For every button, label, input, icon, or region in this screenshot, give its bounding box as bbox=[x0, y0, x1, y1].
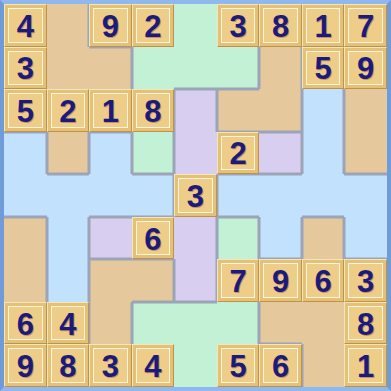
cell-r4c7[interactable] bbox=[302, 174, 345, 217]
given-tile-face: 6 bbox=[306, 263, 341, 298]
given-tile-face: 2 bbox=[221, 136, 256, 171]
cell-r0c8[interactable]: 7 bbox=[344, 4, 387, 47]
cell-r3c6[interactable] bbox=[259, 132, 302, 175]
cell-r1c0[interactable]: 3 bbox=[4, 47, 47, 90]
given-tile-r1c8[interactable]: 9 bbox=[344, 47, 387, 90]
given-tile-r2c3[interactable]: 8 bbox=[132, 89, 175, 132]
given-digit: 2 bbox=[229, 138, 246, 169]
given-tile-r8c5[interactable]: 5 bbox=[217, 344, 260, 387]
given-tile-face: 1 bbox=[348, 348, 383, 383]
cell-r4c2[interactable] bbox=[89, 174, 132, 217]
given-tile-face: 3 bbox=[348, 263, 383, 298]
given-tile-face: 4 bbox=[8, 8, 43, 43]
given-digit: 9 bbox=[272, 266, 289, 297]
cell-r6c0[interactable] bbox=[4, 259, 47, 302]
cell-r1c3[interactable] bbox=[132, 47, 175, 90]
given-tile-r8c6[interactable]: 6 bbox=[259, 344, 302, 387]
given-digit: 4 bbox=[59, 309, 76, 340]
given-tile-face: 5 bbox=[8, 93, 43, 128]
cell-r6c3[interactable] bbox=[132, 259, 175, 302]
cell-r1c7[interactable]: 5 bbox=[302, 47, 345, 90]
cell-r4c8[interactable] bbox=[344, 174, 387, 217]
cell-r2c2[interactable]: 1 bbox=[89, 89, 132, 132]
given-digit: 8 bbox=[272, 11, 289, 42]
cell-r5c3[interactable]: 6 bbox=[132, 217, 175, 260]
given-tile-r6c5[interactable]: 7 bbox=[217, 259, 260, 302]
given-tile-face: 1 bbox=[306, 8, 341, 43]
cell-r5c6[interactable] bbox=[259, 217, 302, 260]
given-tile-r6c7[interactable]: 6 bbox=[302, 259, 345, 302]
cell-r6c6[interactable]: 9 bbox=[259, 259, 302, 302]
given-tile-face: 3 bbox=[8, 51, 43, 86]
cell-r1c1[interactable] bbox=[47, 47, 90, 90]
cell-r8c5[interactable]: 5 bbox=[217, 344, 260, 387]
given-digit: 7 bbox=[229, 266, 246, 297]
given-tile-face: 1 bbox=[93, 93, 128, 128]
given-tile-r6c6[interactable]: 9 bbox=[259, 259, 302, 302]
cell-r0c3[interactable]: 2 bbox=[132, 4, 175, 47]
given-digit: 9 bbox=[17, 351, 34, 382]
cell-r7c0[interactable]: 6 bbox=[4, 302, 47, 345]
given-digit: 3 bbox=[102, 351, 119, 382]
cell-r1c4[interactable] bbox=[174, 47, 217, 90]
cell-r3c7[interactable] bbox=[302, 132, 345, 175]
given-digit: 5 bbox=[17, 96, 34, 127]
cell-r5c4[interactable] bbox=[174, 217, 217, 260]
given-tile-r0c5[interactable]: 3 bbox=[217, 4, 260, 47]
given-tile-face: 4 bbox=[51, 306, 86, 341]
cell-r0c0[interactable]: 4 bbox=[4, 4, 47, 47]
given-digit: 3 bbox=[357, 266, 374, 297]
cell-r6c5[interactable]: 7 bbox=[217, 259, 260, 302]
given-tile-face: 7 bbox=[348, 8, 383, 43]
given-digit: 2 bbox=[144, 11, 161, 42]
given-tile-face: 2 bbox=[136, 8, 171, 43]
cell-r2c3[interactable]: 8 bbox=[132, 89, 175, 132]
cell-r6c4[interactable] bbox=[174, 259, 217, 302]
cell-r3c8[interactable] bbox=[344, 132, 387, 175]
given-tile-r8c0[interactable]: 9 bbox=[4, 344, 47, 387]
cell-r4c0[interactable] bbox=[4, 174, 47, 217]
cell-r8c1[interactable]: 8 bbox=[47, 344, 90, 387]
given-digit: 6 bbox=[272, 351, 289, 382]
cell-r0c5[interactable]: 3 bbox=[217, 4, 260, 47]
cell-r2c8[interactable] bbox=[344, 89, 387, 132]
given-tile-r7c8[interactable]: 8 bbox=[344, 302, 387, 345]
given-tile-r0c0[interactable]: 4 bbox=[4, 4, 47, 47]
given-digit: 8 bbox=[144, 96, 161, 127]
given-tile-face: 5 bbox=[306, 51, 341, 86]
given-digit: 1 bbox=[102, 96, 119, 127]
given-tile-face: 3 bbox=[221, 8, 256, 43]
given-tile-face: 9 bbox=[263, 263, 298, 298]
cell-r6c2[interactable] bbox=[89, 259, 132, 302]
given-digit: 3 bbox=[229, 11, 246, 42]
cell-r1c6[interactable] bbox=[259, 47, 302, 90]
given-digit: 4 bbox=[17, 11, 34, 42]
cell-r7c6[interactable] bbox=[259, 302, 302, 345]
cell-r2c7[interactable] bbox=[302, 89, 345, 132]
cell-r0c7[interactable]: 1 bbox=[302, 4, 345, 47]
cell-r2c0[interactable]: 5 bbox=[4, 89, 47, 132]
given-tile-r0c8[interactable]: 7 bbox=[344, 4, 387, 47]
given-tile-r8c2[interactable]: 3 bbox=[89, 344, 132, 387]
given-tile-r1c7[interactable]: 5 bbox=[302, 47, 345, 90]
cell-r5c1[interactable] bbox=[47, 217, 90, 260]
cell-r7c4[interactable] bbox=[174, 302, 217, 345]
cell-r3c3[interactable] bbox=[132, 132, 175, 175]
cell-r0c4[interactable] bbox=[174, 4, 217, 47]
cell-r5c8[interactable] bbox=[344, 217, 387, 260]
cell-r8c0[interactable]: 9 bbox=[4, 344, 47, 387]
given-digit: 3 bbox=[187, 181, 204, 212]
given-tile-face: 4 bbox=[136, 348, 171, 383]
cell-r2c5[interactable] bbox=[217, 89, 260, 132]
given-tile-face: 8 bbox=[263, 8, 298, 43]
cell-r7c3[interactable] bbox=[132, 302, 175, 345]
given-digit: 5 bbox=[229, 351, 246, 382]
given-tile-r8c3[interactable]: 4 bbox=[132, 344, 175, 387]
given-tile-r0c2[interactable]: 9 bbox=[89, 4, 132, 47]
given-digit: 5 bbox=[315, 53, 332, 84]
given-tile-face: 9 bbox=[8, 348, 43, 383]
cell-r4c5[interactable] bbox=[217, 174, 260, 217]
given-tile-face: 2 bbox=[51, 93, 86, 128]
cell-r6c1[interactable] bbox=[47, 259, 90, 302]
cell-r8c6[interactable]: 6 bbox=[259, 344, 302, 387]
given-digit: 7 bbox=[357, 11, 374, 42]
given-tile-r0c6[interactable]: 8 bbox=[259, 4, 302, 47]
given-digit: 6 bbox=[144, 224, 161, 255]
given-tile-r2c0[interactable]: 5 bbox=[4, 89, 47, 132]
given-tile-r2c1[interactable]: 2 bbox=[47, 89, 90, 132]
given-digit: 8 bbox=[59, 351, 76, 382]
given-tile-r8c1[interactable]: 8 bbox=[47, 344, 90, 387]
cell-r7c5[interactable] bbox=[217, 302, 260, 345]
cell-r8c7[interactable] bbox=[302, 344, 345, 387]
cell-r0c2[interactable]: 9 bbox=[89, 4, 132, 47]
given-tile-face: 7 bbox=[221, 263, 256, 298]
cell-r7c7[interactable] bbox=[302, 302, 345, 345]
given-digit: 1 bbox=[315, 11, 332, 42]
cell-r3c2[interactable] bbox=[89, 132, 132, 175]
given-tile-face: 3 bbox=[178, 178, 213, 213]
given-tile-face: 6 bbox=[263, 348, 298, 383]
given-tile-r8c8[interactable]: 1 bbox=[344, 344, 387, 387]
given-tile-r1c0[interactable]: 3 bbox=[4, 47, 47, 90]
given-tile-face: 3 bbox=[93, 348, 128, 383]
cell-r4c3[interactable] bbox=[132, 174, 175, 217]
given-tile-r0c3[interactable]: 2 bbox=[132, 4, 175, 47]
cell-r7c8[interactable]: 8 bbox=[344, 302, 387, 345]
cell-r3c0[interactable] bbox=[4, 132, 47, 175]
cell-r7c1[interactable]: 4 bbox=[47, 302, 90, 345]
cell-r8c8[interactable]: 1 bbox=[344, 344, 387, 387]
cell-r5c0[interactable] bbox=[4, 217, 47, 260]
given-tile-r3c5[interactable]: 2 bbox=[217, 132, 260, 175]
sudoku-board: 4923817359521823679636489834561 bbox=[0, 0, 391, 391]
cell-r7c2[interactable] bbox=[89, 302, 132, 345]
cell-r8c4[interactable] bbox=[174, 344, 217, 387]
given-tile-face: 8 bbox=[348, 306, 383, 341]
cell-r6c7[interactable]: 6 bbox=[302, 259, 345, 302]
cell-r5c7[interactable] bbox=[302, 217, 345, 260]
given-tile-r5c3[interactable]: 6 bbox=[132, 217, 175, 260]
given-digit: 4 bbox=[144, 351, 161, 382]
cell-r1c2[interactable] bbox=[89, 47, 132, 90]
cell-r5c2[interactable] bbox=[89, 217, 132, 260]
given-digit: 6 bbox=[17, 309, 34, 340]
cell-r1c8[interactable]: 9 bbox=[344, 47, 387, 90]
given-tile-r2c2[interactable]: 1 bbox=[89, 89, 132, 132]
given-digit: 9 bbox=[357, 53, 374, 84]
cell-r2c6[interactable] bbox=[259, 89, 302, 132]
given-digit: 3 bbox=[17, 53, 34, 84]
given-tile-r6c8[interactable]: 3 bbox=[344, 259, 387, 302]
given-digit: 1 bbox=[357, 351, 374, 382]
given-tile-r4c4[interactable]: 3 bbox=[174, 174, 217, 217]
cell-r8c2[interactable]: 3 bbox=[89, 344, 132, 387]
given-tile-face: 6 bbox=[136, 221, 171, 256]
cell-r2c4[interactable] bbox=[174, 89, 217, 132]
given-digit: 8 bbox=[357, 309, 374, 340]
given-tile-face: 9 bbox=[348, 51, 383, 86]
cell-r3c5[interactable]: 2 bbox=[217, 132, 260, 175]
given-tile-face: 5 bbox=[221, 348, 256, 383]
cell-r3c4[interactable] bbox=[174, 132, 217, 175]
cell-r0c1[interactable] bbox=[47, 4, 90, 47]
given-digit: 9 bbox=[102, 11, 119, 42]
given-tile-face: 8 bbox=[136, 93, 171, 128]
given-tile-r7c1[interactable]: 4 bbox=[47, 302, 90, 345]
given-tile-face: 6 bbox=[8, 306, 43, 341]
cell-r4c1[interactable] bbox=[47, 174, 90, 217]
cell-r1c5[interactable] bbox=[217, 47, 260, 90]
given-tile-face: 9 bbox=[93, 8, 128, 43]
given-tile-r0c7[interactable]: 1 bbox=[302, 4, 345, 47]
cell-r2c1[interactable]: 2 bbox=[47, 89, 90, 132]
given-digit: 6 bbox=[315, 266, 332, 297]
given-tile-face: 8 bbox=[51, 348, 86, 383]
cell-r4c4[interactable]: 3 bbox=[174, 174, 217, 217]
cell-r0c6[interactable]: 8 bbox=[259, 4, 302, 47]
cell-r8c3[interactable]: 4 bbox=[132, 344, 175, 387]
given-tile-r7c0[interactable]: 6 bbox=[4, 302, 47, 345]
cell-r6c8[interactable]: 3 bbox=[344, 259, 387, 302]
cell-r4c6[interactable] bbox=[259, 174, 302, 217]
cell-r3c1[interactable] bbox=[47, 132, 90, 175]
cell-r5c5[interactable] bbox=[217, 217, 260, 260]
given-digit: 2 bbox=[59, 96, 76, 127]
